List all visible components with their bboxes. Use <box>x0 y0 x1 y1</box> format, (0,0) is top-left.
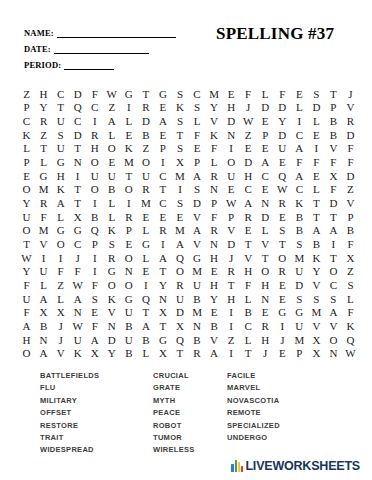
grid-cell-r2c18[interactable]: D <box>308 101 325 115</box>
grid-cell-r4c14[interactable]: Z <box>240 128 257 142</box>
grid-cell-r2c7[interactable]: I <box>120 101 137 115</box>
grid-cell-r9c4[interactable]: T <box>69 196 86 210</box>
grid-cell-r17c5[interactable]: E <box>86 305 103 319</box>
grid-cell-r7c8[interactable]: U <box>137 169 154 183</box>
grid-cell-r14c19[interactable]: O <box>325 264 342 278</box>
grid-cell-r16c9[interactable]: N <box>154 292 171 306</box>
grid-cell-r7c12[interactable]: R <box>206 169 223 183</box>
grid-cell-r8c1[interactable]: O <box>18 183 35 197</box>
grid-cell-r8c20[interactable]: Z <box>342 183 359 197</box>
grid-cell-r19c20[interactable]: Q <box>342 333 359 347</box>
grid-cell-r8c11[interactable]: S <box>188 183 205 197</box>
grid-cell-r18c11[interactable]: N <box>188 319 205 333</box>
grid-cell-r2c16[interactable]: D <box>274 101 291 115</box>
grid-cell-r9c10[interactable]: S <box>171 196 188 210</box>
grid-cell-r14c16[interactable]: R <box>274 264 291 278</box>
grid-cell-r13c6[interactable]: R <box>103 251 120 265</box>
grid-cell-r10c1[interactable]: U <box>18 210 35 224</box>
grid-cell-r18c4[interactable]: W <box>69 319 86 333</box>
grid-cell-r6c16[interactable]: E <box>274 155 291 169</box>
grid-cell-r19c6[interactable]: D <box>103 333 120 347</box>
grid-cell-r9c2[interactable]: R <box>35 196 52 210</box>
grid-cell-r3c14[interactable]: W <box>240 114 257 128</box>
grid-cell-r10c6[interactable]: L <box>103 210 120 224</box>
grid-cell-r14c9[interactable]: T <box>154 264 171 278</box>
grid-cell-r10c9[interactable]: E <box>154 210 171 224</box>
grid-cell-r19c4[interactable]: U <box>69 333 86 347</box>
grid-cell-r3c6[interactable]: A <box>103 114 120 128</box>
grid-cell-r18c1[interactable]: A <box>18 319 35 333</box>
grid-cell-r8c13[interactable]: E <box>223 183 240 197</box>
grid-cell-r11c16[interactable]: S <box>274 223 291 237</box>
grid-cell-r5c17[interactable]: A <box>291 142 308 156</box>
grid-cell-r3c13[interactable]: D <box>223 114 240 128</box>
grid-cell-r18c8[interactable]: A <box>137 319 154 333</box>
grid-cell-r9c12[interactable]: P <box>206 196 223 210</box>
grid-cell-r1c10[interactable]: S <box>171 87 188 101</box>
grid-cell-r8c4[interactable]: T <box>69 183 86 197</box>
grid-cell-r16c10[interactable]: U <box>171 292 188 306</box>
grid-cell-r2c12[interactable]: Y <box>206 101 223 115</box>
grid-cell-r1c17[interactable]: E <box>291 87 308 101</box>
grid-cell-r18c20[interactable]: K <box>342 319 359 333</box>
grid-cell-r4c5[interactable]: R <box>86 128 103 142</box>
grid-cell-r4c13[interactable]: N <box>223 128 240 142</box>
grid-cell-r10c12[interactable]: F <box>206 210 223 224</box>
grid-cell-r12c10[interactable]: A <box>171 237 188 251</box>
grid-cell-r18c18[interactable]: V <box>308 319 325 333</box>
grid-cell-r12c12[interactable]: N <box>206 237 223 251</box>
grid-cell-r17c16[interactable]: G <box>274 305 291 319</box>
grid-cell-r3c8[interactable]: D <box>137 114 154 128</box>
grid-cell-r8c6[interactable]: B <box>103 183 120 197</box>
grid-cell-r4c20[interactable]: D <box>342 128 359 142</box>
grid-cell-r4c9[interactable]: E <box>154 128 171 142</box>
grid-cell-r16c14[interactable]: L <box>240 292 257 306</box>
grid-cell-r3c12[interactable]: V <box>206 114 223 128</box>
grid-cell-r15c7[interactable]: O <box>120 278 137 292</box>
grid-cell-r5c13[interactable]: I <box>223 142 240 156</box>
grid-cell-r17c1[interactable]: F <box>18 305 35 319</box>
grid-cell-r1c7[interactable]: G <box>120 87 137 101</box>
grid-cell-r9c20[interactable]: V <box>342 196 359 210</box>
grid-cell-r13c15[interactable]: T <box>257 251 274 265</box>
grid-cell-r2c13[interactable]: H <box>223 101 240 115</box>
grid-cell-r13c2[interactable]: I <box>35 251 52 265</box>
grid-cell-r15c17[interactable]: D <box>291 278 308 292</box>
grid-cell-r11c10[interactable]: M <box>171 223 188 237</box>
grid-cell-r1c1[interactable]: Z <box>18 87 35 101</box>
grid-cell-r9c3[interactable]: A <box>52 196 69 210</box>
grid-cell-r1c19[interactable]: T <box>325 87 342 101</box>
grid-cell-r20c1[interactable]: O <box>18 346 35 360</box>
grid-cell-r20c12[interactable]: A <box>206 346 223 360</box>
grid-cell-r11c13[interactable]: V <box>223 223 240 237</box>
grid-cell-r18c14[interactable]: C <box>240 319 257 333</box>
grid-cell-r12c17[interactable]: S <box>291 237 308 251</box>
grid-cell-r5c4[interactable]: T <box>69 142 86 156</box>
grid-cell-r6c8[interactable]: O <box>137 155 154 169</box>
grid-cell-r12c11[interactable]: V <box>188 237 205 251</box>
grid-cell-r10c3[interactable]: L <box>52 210 69 224</box>
grid-cell-r18c16[interactable]: I <box>274 319 291 333</box>
grid-cell-r14c14[interactable]: H <box>240 264 257 278</box>
period-input-line[interactable] <box>64 60 114 70</box>
grid-cell-r17c2[interactable]: X <box>35 305 52 319</box>
grid-cell-r13c13[interactable]: J <box>223 251 240 265</box>
grid-cell-r7c18[interactable]: E <box>308 169 325 183</box>
grid-cell-r13c4[interactable]: J <box>69 251 86 265</box>
grid-cell-r7c17[interactable]: A <box>291 169 308 183</box>
grid-cell-r13c18[interactable]: K <box>308 251 325 265</box>
grid-cell-r17c11[interactable]: M <box>188 305 205 319</box>
grid-cell-r18c15[interactable]: R <box>257 319 274 333</box>
grid-cell-r11c7[interactable]: P <box>120 223 137 237</box>
grid-cell-r15c18[interactable]: V <box>308 278 325 292</box>
grid-cell-r19c9[interactable]: G <box>154 333 171 347</box>
grid-cell-r18c7[interactable]: B <box>120 319 137 333</box>
grid-cell-r8c8[interactable]: R <box>137 183 154 197</box>
grid-cell-r14c18[interactable]: Y <box>308 264 325 278</box>
grid-cell-r4c16[interactable]: D <box>274 128 291 142</box>
grid-cell-r12c16[interactable]: T <box>274 237 291 251</box>
grid-cell-r9c18[interactable]: T <box>308 196 325 210</box>
grid-cell-r8c14[interactable]: C <box>240 183 257 197</box>
grid-cell-r16c18[interactable]: S <box>308 292 325 306</box>
grid-cell-r12c4[interactable]: C <box>69 237 86 251</box>
grid-cell-r11c9[interactable]: R <box>154 223 171 237</box>
grid-cell-r6c12[interactable]: L <box>206 155 223 169</box>
grid-cell-r17c13[interactable]: I <box>223 305 240 319</box>
grid-cell-r1c3[interactable]: C <box>52 87 69 101</box>
grid-cell-r14c6[interactable]: G <box>103 264 120 278</box>
grid-cell-r7c19[interactable]: X <box>325 169 342 183</box>
grid-cell-r19c11[interactable]: B <box>188 333 205 347</box>
grid-cell-r16c19[interactable]: S <box>325 292 342 306</box>
grid-cell-r18c17[interactable]: U <box>291 319 308 333</box>
grid-cell-r10c2[interactable]: F <box>35 210 52 224</box>
grid-cell-r3c9[interactable]: A <box>154 114 171 128</box>
grid-cell-r20c13[interactable]: I <box>223 346 240 360</box>
grid-cell-r10c5[interactable]: B <box>86 210 103 224</box>
grid-cell-r7c10[interactable]: M <box>171 169 188 183</box>
grid-cell-r16c11[interactable]: B <box>188 292 205 306</box>
grid-cell-r4c17[interactable]: C <box>291 128 308 142</box>
grid-cell-r10c10[interactable]: E <box>171 210 188 224</box>
grid-cell-r10c4[interactable]: X <box>69 210 86 224</box>
grid-cell-r15c11[interactable]: U <box>188 278 205 292</box>
grid-cell-r1c15[interactable]: L <box>257 87 274 101</box>
grid-cell-r8c7[interactable]: O <box>120 183 137 197</box>
grid-cell-r16c16[interactable]: E <box>274 292 291 306</box>
grid-cell-r5c2[interactable]: T <box>35 142 52 156</box>
grid-cell-r4c7[interactable]: E <box>120 128 137 142</box>
grid-cell-r13c20[interactable]: X <box>342 251 359 265</box>
grid-cell-r11c1[interactable]: O <box>18 223 35 237</box>
grid-cell-r5c14[interactable]: E <box>240 142 257 156</box>
grid-cell-r16c20[interactable]: L <box>342 292 359 306</box>
grid-cell-r10c14[interactable]: R <box>240 210 257 224</box>
grid-cell-r20c16[interactable]: E <box>274 346 291 360</box>
grid-cell-r9c9[interactable]: C <box>154 196 171 210</box>
grid-cell-r4c18[interactable]: E <box>308 128 325 142</box>
grid-cell-r14c8[interactable]: E <box>137 264 154 278</box>
grid-cell-r8c9[interactable]: T <box>154 183 171 197</box>
grid-cell-r9c13[interactable]: W <box>223 196 240 210</box>
grid-cell-r13c5[interactable]: I <box>86 251 103 265</box>
grid-cell-r10c19[interactable]: T <box>325 210 342 224</box>
grid-cell-r2c2[interactable]: Y <box>35 101 52 115</box>
grid-cell-r2c9[interactable]: E <box>154 101 171 115</box>
grid-cell-r6c14[interactable]: D <box>240 155 257 169</box>
grid-cell-r17c6[interactable]: V <box>103 305 120 319</box>
grid-cell-r14c1[interactable]: Y <box>18 264 35 278</box>
grid-cell-r20c5[interactable]: X <box>86 346 103 360</box>
grid-cell-r1c8[interactable]: T <box>137 87 154 101</box>
grid-cell-r16c4[interactable]: A <box>69 292 86 306</box>
grid-cell-r19c1[interactable]: H <box>18 333 35 347</box>
grid-cell-r12c14[interactable]: T <box>240 237 257 251</box>
grid-cell-r19c13[interactable]: Z <box>223 333 240 347</box>
grid-cell-r11c19[interactable]: A <box>325 223 342 237</box>
grid-cell-r9c8[interactable]: M <box>137 196 154 210</box>
grid-cell-r20c11[interactable]: R <box>188 346 205 360</box>
grid-cell-r6c2[interactable]: L <box>35 155 52 169</box>
grid-cell-r9c17[interactable]: K <box>291 196 308 210</box>
grid-cell-r13c3[interactable]: I <box>52 251 69 265</box>
grid-cell-r17c12[interactable]: E <box>206 305 223 319</box>
grid-cell-r13c16[interactable]: O <box>274 251 291 265</box>
grid-cell-r11c11[interactable]: A <box>188 223 205 237</box>
grid-cell-r19c7[interactable]: U <box>120 333 137 347</box>
grid-cell-r17c18[interactable]: M <box>308 305 325 319</box>
grid-cell-r6c5[interactable]: O <box>86 155 103 169</box>
grid-cell-r10c15[interactable]: D <box>257 210 274 224</box>
grid-cell-r7c16[interactable]: Q <box>274 169 291 183</box>
grid-cell-r14c3[interactable]: F <box>52 264 69 278</box>
grid-cell-r8c3[interactable]: K <box>52 183 69 197</box>
grid-cell-r15c14[interactable]: F <box>240 278 257 292</box>
grid-cell-r6c4[interactable]: N <box>69 155 86 169</box>
grid-cell-r14c10[interactable]: O <box>171 264 188 278</box>
grid-cell-r12c1[interactable]: T <box>18 237 35 251</box>
grid-cell-r6c19[interactable]: F <box>325 155 342 169</box>
grid-cell-r4c3[interactable]: S <box>52 128 69 142</box>
grid-cell-r2c6[interactable]: Z <box>103 101 120 115</box>
grid-cell-r19c2[interactable]: N <box>35 333 52 347</box>
grid-cell-r12c6[interactable]: S <box>103 237 120 251</box>
grid-cell-r12c15[interactable]: V <box>257 237 274 251</box>
grid-cell-r16c15[interactable]: N <box>257 292 274 306</box>
grid-cell-r1c18[interactable]: S <box>308 87 325 101</box>
grid-cell-r11c3[interactable]: G <box>52 223 69 237</box>
grid-cell-r3c5[interactable]: I <box>86 114 103 128</box>
grid-cell-r7c1[interactable]: E <box>18 169 35 183</box>
grid-cell-r4c12[interactable]: K <box>206 128 223 142</box>
date-input-line[interactable] <box>54 44 149 54</box>
grid-cell-r17c20[interactable]: F <box>342 305 359 319</box>
grid-cell-r9c14[interactable]: A <box>240 196 257 210</box>
grid-cell-r19c3[interactable]: J <box>52 333 69 347</box>
grid-cell-r19c19[interactable]: O <box>325 333 342 347</box>
grid-cell-r12c3[interactable]: O <box>52 237 69 251</box>
grid-cell-r15c2[interactable]: L <box>35 278 52 292</box>
grid-cell-r6c9[interactable]: I <box>154 155 171 169</box>
grid-cell-r18c2[interactable]: B <box>35 319 52 333</box>
grid-cell-r5c6[interactable]: O <box>103 142 120 156</box>
grid-cell-r3c17[interactable]: I <box>291 114 308 128</box>
grid-cell-r15c6[interactable]: O <box>103 278 120 292</box>
grid-cell-r15c12[interactable]: H <box>206 278 223 292</box>
grid-cell-r12c20[interactable]: F <box>342 237 359 251</box>
grid-cell-r11c17[interactable]: B <box>291 223 308 237</box>
grid-cell-r20c19[interactable]: N <box>325 346 342 360</box>
grid-cell-r5c8[interactable]: Z <box>137 142 154 156</box>
grid-cell-r19c12[interactable]: V <box>206 333 223 347</box>
grid-cell-r15c4[interactable]: W <box>69 278 86 292</box>
grid-cell-r13c11[interactable]: G <box>188 251 205 265</box>
grid-cell-r12c13[interactable]: D <box>223 237 240 251</box>
grid-cell-r4c10[interactable]: T <box>171 128 188 142</box>
grid-cell-r6c15[interactable]: A <box>257 155 274 169</box>
grid-cell-r18c3[interactable]: J <box>52 319 69 333</box>
grid-cell-r6c6[interactable]: E <box>103 155 120 169</box>
grid-cell-r14c5[interactable]: I <box>86 264 103 278</box>
grid-cell-r5c20[interactable]: F <box>342 142 359 156</box>
grid-cell-r12c18[interactable]: B <box>308 237 325 251</box>
grid-cell-r8c2[interactable]: M <box>35 183 52 197</box>
grid-cell-r8c17[interactable]: C <box>291 183 308 197</box>
grid-cell-r3c15[interactable]: E <box>257 114 274 128</box>
grid-cell-r3c16[interactable]: Y <box>274 114 291 128</box>
grid-cell-r8c12[interactable]: N <box>206 183 223 197</box>
grid-cell-r14c7[interactable]: N <box>120 264 137 278</box>
grid-cell-r19c10[interactable]: Q <box>171 333 188 347</box>
grid-cell-r17c14[interactable]: B <box>240 305 257 319</box>
grid-cell-r2c10[interactable]: K <box>171 101 188 115</box>
grid-cell-r16c13[interactable]: H <box>223 292 240 306</box>
grid-cell-r13c17[interactable]: M <box>291 251 308 265</box>
grid-cell-r19c8[interactable]: B <box>137 333 154 347</box>
grid-cell-r7c4[interactable]: I <box>69 169 86 183</box>
grid-cell-r2c17[interactable]: L <box>291 101 308 115</box>
grid-cell-r5c16[interactable]: U <box>274 142 291 156</box>
grid-cell-r20c18[interactable]: X <box>308 346 325 360</box>
grid-cell-r11c2[interactable]: M <box>35 223 52 237</box>
grid-cell-r3c4[interactable]: C <box>69 114 86 128</box>
grid-cell-r17c9[interactable]: X <box>154 305 171 319</box>
grid-cell-r15c20[interactable]: S <box>342 278 359 292</box>
grid-cell-r9c5[interactable]: I <box>86 196 103 210</box>
grid-cell-r5c10[interactable]: S <box>171 142 188 156</box>
grid-cell-r6c20[interactable]: F <box>342 155 359 169</box>
grid-cell-r17c4[interactable]: N <box>69 305 86 319</box>
grid-cell-r20c15[interactable]: J <box>257 346 274 360</box>
grid-cell-r1c13[interactable]: E <box>223 87 240 101</box>
grid-cell-r1c16[interactable]: F <box>274 87 291 101</box>
grid-cell-r3c18[interactable]: L <box>308 114 325 128</box>
grid-cell-r19c18[interactable]: X <box>308 333 325 347</box>
grid-cell-r2c5[interactable]: C <box>86 101 103 115</box>
grid-cell-r18c12[interactable]: B <box>206 319 223 333</box>
grid-cell-r9c7[interactable]: I <box>120 196 137 210</box>
grid-cell-r3c2[interactable]: R <box>35 114 52 128</box>
grid-cell-r10c17[interactable]: B <box>291 210 308 224</box>
grid-cell-r12c2[interactable]: V <box>35 237 52 251</box>
grid-cell-r3c7[interactable]: L <box>120 114 137 128</box>
grid-cell-r7c11[interactable]: A <box>188 169 205 183</box>
grid-cell-r18c10[interactable]: X <box>171 319 188 333</box>
grid-cell-r9c11[interactable]: D <box>188 196 205 210</box>
grid-cell-r4c19[interactable]: B <box>325 128 342 142</box>
grid-cell-r11c12[interactable]: R <box>206 223 223 237</box>
grid-cell-r15c19[interactable]: C <box>325 278 342 292</box>
grid-cell-r14c4[interactable]: F <box>69 264 86 278</box>
grid-cell-r16c7[interactable]: G <box>120 292 137 306</box>
grid-cell-r13c12[interactable]: H <box>206 251 223 265</box>
grid-cell-r11c5[interactable]: Q <box>86 223 103 237</box>
grid-cell-r6c7[interactable]: M <box>120 155 137 169</box>
grid-cell-r15c15[interactable]: H <box>257 278 274 292</box>
grid-cell-r8c19[interactable]: F <box>325 183 342 197</box>
grid-cell-r11c15[interactable]: L <box>257 223 274 237</box>
grid-cell-r15c1[interactable]: F <box>18 278 35 292</box>
grid-cell-r19c16[interactable]: J <box>274 333 291 347</box>
grid-cell-r5c1[interactable]: L <box>18 142 35 156</box>
grid-cell-r4c8[interactable]: B <box>137 128 154 142</box>
grid-cell-r15c10[interactable]: R <box>171 278 188 292</box>
grid-cell-r8c10[interactable]: I <box>171 183 188 197</box>
grid-cell-r15c13[interactable]: T <box>223 278 240 292</box>
grid-cell-r6c18[interactable]: F <box>308 155 325 169</box>
grid-cell-r4c2[interactable]: Z <box>35 128 52 142</box>
grid-cell-r1c5[interactable]: F <box>86 87 103 101</box>
grid-cell-r6c13[interactable]: O <box>223 155 240 169</box>
grid-cell-r13c7[interactable]: O <box>120 251 137 265</box>
grid-cell-r1c6[interactable]: W <box>103 87 120 101</box>
grid-cell-r11c8[interactable]: L <box>137 223 154 237</box>
grid-cell-r15c16[interactable]: E <box>274 278 291 292</box>
grid-cell-r4c11[interactable]: F <box>188 128 205 142</box>
grid-cell-r20c2[interactable]: A <box>35 346 52 360</box>
grid-cell-r1c4[interactable]: D <box>69 87 86 101</box>
grid-cell-r16c8[interactable]: Q <box>137 292 154 306</box>
grid-cell-r11c4[interactable]: G <box>69 223 86 237</box>
grid-cell-r17c8[interactable]: T <box>137 305 154 319</box>
grid-cell-r14c12[interactable]: E <box>206 264 223 278</box>
grid-cell-r7c14[interactable]: H <box>240 169 257 183</box>
grid-cell-r19c17[interactable]: M <box>291 333 308 347</box>
grid-cell-r8c16[interactable]: W <box>274 183 291 197</box>
grid-cell-r7c13[interactable]: U <box>223 169 240 183</box>
grid-cell-r1c11[interactable]: C <box>188 87 205 101</box>
grid-cell-r18c5[interactable]: F <box>86 319 103 333</box>
grid-cell-r9c15[interactable]: N <box>257 196 274 210</box>
grid-cell-r1c9[interactable]: G <box>154 87 171 101</box>
grid-cell-r7c9[interactable]: C <box>154 169 171 183</box>
grid-cell-r2c19[interactable]: P <box>325 101 342 115</box>
grid-cell-r20c10[interactable]: T <box>171 346 188 360</box>
grid-cell-r10c20[interactable]: P <box>342 210 359 224</box>
grid-cell-r10c16[interactable]: E <box>274 210 291 224</box>
grid-cell-r2c3[interactable]: T <box>52 101 69 115</box>
grid-cell-r5c19[interactable]: V <box>325 142 342 156</box>
grid-cell-r19c5[interactable]: A <box>86 333 103 347</box>
grid-cell-r9c6[interactable]: L <box>103 196 120 210</box>
grid-cell-r12c5[interactable]: P <box>86 237 103 251</box>
grid-cell-r5c15[interactable]: E <box>257 142 274 156</box>
grid-cell-r7c7[interactable]: T <box>120 169 137 183</box>
